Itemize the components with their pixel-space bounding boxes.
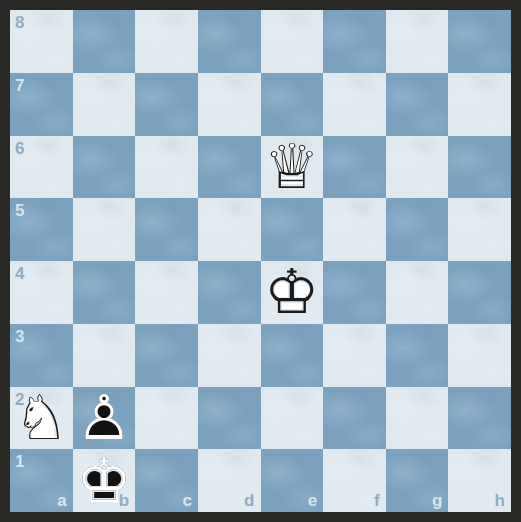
square-f6[interactable] — [323, 136, 386, 199]
square-a3[interactable]: 3 — [10, 324, 73, 387]
square-e3[interactable] — [261, 324, 324, 387]
square-f5[interactable] — [323, 198, 386, 261]
white-king-body: ♚ — [261, 261, 324, 324]
square-g2[interactable] — [386, 387, 449, 450]
square-b1[interactable]: b♚♔ — [73, 449, 136, 512]
square-d5[interactable] — [198, 198, 261, 261]
piece-white-queen-e6[interactable]: ♛♕ — [261, 136, 324, 199]
square-a6[interactable]: 6 — [10, 136, 73, 199]
white-queen-outline: ♕ — [261, 136, 324, 199]
square-c5[interactable] — [135, 198, 198, 261]
square-h3[interactable] — [448, 324, 511, 387]
white-knight-outline: ♘ — [10, 387, 73, 450]
square-e4[interactable]: ♚♔ — [261, 261, 324, 324]
square-e7[interactable] — [261, 73, 324, 136]
square-a5[interactable]: 5 — [10, 198, 73, 261]
square-e2[interactable] — [261, 387, 324, 450]
piece-black-king-b1[interactable]: ♚♔ — [73, 449, 136, 512]
square-g8[interactable] — [386, 10, 449, 73]
square-c6[interactable] — [135, 136, 198, 199]
square-a1[interactable]: 1a — [10, 449, 73, 512]
white-knight-body: ♞ — [10, 387, 73, 450]
piece-white-knight-a2[interactable]: ♞♘ — [10, 387, 73, 450]
square-h1[interactable]: h — [448, 449, 511, 512]
square-h5[interactable] — [448, 198, 511, 261]
square-b6[interactable] — [73, 136, 136, 199]
square-g1[interactable]: g — [386, 449, 449, 512]
square-b5[interactable] — [73, 198, 136, 261]
square-f7[interactable] — [323, 73, 386, 136]
file-label-d: d — [244, 492, 254, 509]
file-label-h: h — [495, 492, 505, 509]
square-c2[interactable] — [135, 387, 198, 450]
square-g3[interactable] — [386, 324, 449, 387]
white-queen-body: ♛ — [261, 136, 324, 199]
rank-label-8: 8 — [15, 14, 24, 31]
square-d4[interactable] — [198, 261, 261, 324]
square-f8[interactable] — [323, 10, 386, 73]
square-b8[interactable] — [73, 10, 136, 73]
black-king-outline: ♔ — [73, 449, 136, 512]
square-h7[interactable] — [448, 73, 511, 136]
square-a2[interactable]: 2♞♘ — [10, 387, 73, 450]
square-g5[interactable] — [386, 198, 449, 261]
rank-label-7: 7 — [15, 77, 24, 94]
square-c7[interactable] — [135, 73, 198, 136]
square-e8[interactable] — [261, 10, 324, 73]
square-f4[interactable] — [323, 261, 386, 324]
square-b3[interactable] — [73, 324, 136, 387]
square-c1[interactable]: c — [135, 449, 198, 512]
file-label-c: c — [182, 492, 191, 509]
file-label-a: a — [57, 492, 66, 509]
square-a8[interactable]: 8 — [10, 10, 73, 73]
chess-app-window: 876♛♕54♚♔32♞♘♟♙1ab♚♔cdefgh — [0, 0, 521, 522]
square-f2[interactable] — [323, 387, 386, 450]
square-c3[interactable] — [135, 324, 198, 387]
file-label-e: e — [308, 492, 317, 509]
piece-white-king-e4[interactable]: ♚♔ — [261, 261, 324, 324]
square-h6[interactable] — [448, 136, 511, 199]
square-a4[interactable]: 4 — [10, 261, 73, 324]
rank-label-6: 6 — [15, 140, 24, 157]
square-b7[interactable] — [73, 73, 136, 136]
square-g7[interactable] — [386, 73, 449, 136]
square-d7[interactable] — [198, 73, 261, 136]
rank-label-5: 5 — [15, 202, 24, 219]
file-label-g: g — [432, 492, 442, 509]
square-f3[interactable] — [323, 324, 386, 387]
square-d2[interactable] — [198, 387, 261, 450]
square-d8[interactable] — [198, 10, 261, 73]
square-e1[interactable]: e — [261, 449, 324, 512]
square-h8[interactable] — [448, 10, 511, 73]
rank-label-3: 3 — [15, 328, 24, 345]
square-f1[interactable]: f — [323, 449, 386, 512]
square-a7[interactable]: 7 — [10, 73, 73, 136]
file-label-f: f — [374, 492, 380, 509]
square-e6[interactable]: ♛♕ — [261, 136, 324, 199]
square-e5[interactable] — [261, 198, 324, 261]
square-b2[interactable]: ♟♙ — [73, 387, 136, 450]
black-king-body: ♚ — [73, 449, 136, 512]
square-h2[interactable] — [448, 387, 511, 450]
square-c4[interactable] — [135, 261, 198, 324]
black-pawn-outline: ♙ — [73, 387, 136, 450]
piece-black-pawn-b2[interactable]: ♟♙ — [73, 387, 136, 450]
square-d6[interactable] — [198, 136, 261, 199]
square-d3[interactable] — [198, 324, 261, 387]
rank-label-4: 4 — [15, 265, 24, 282]
square-g4[interactable] — [386, 261, 449, 324]
chess-board: 876♛♕54♚♔32♞♘♟♙1ab♚♔cdefgh — [10, 10, 511, 512]
white-king-outline: ♔ — [261, 261, 324, 324]
rank-label-1: 1 — [15, 453, 24, 470]
black-pawn-body: ♟ — [73, 387, 136, 450]
square-d1[interactable]: d — [198, 449, 261, 512]
square-c8[interactable] — [135, 10, 198, 73]
square-g6[interactable] — [386, 136, 449, 199]
square-h4[interactable] — [448, 261, 511, 324]
square-b4[interactable] — [73, 261, 136, 324]
